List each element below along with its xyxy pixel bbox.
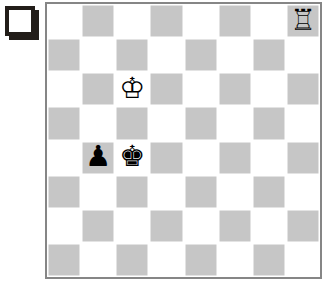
- square-b7[interactable]: [81, 38, 115, 72]
- square-h1[interactable]: [286, 243, 320, 277]
- square-c3[interactable]: [115, 175, 149, 209]
- square-h7[interactable]: [286, 38, 320, 72]
- square-f3[interactable]: [218, 175, 252, 209]
- square-b8[interactable]: [81, 4, 115, 38]
- square-c8[interactable]: [115, 4, 149, 38]
- white-king-c6: ♔: [119, 74, 145, 103]
- square-a6[interactable]: [47, 72, 81, 106]
- square-d8[interactable]: [149, 4, 183, 38]
- square-c1[interactable]: [115, 243, 149, 277]
- square-g8[interactable]: [252, 4, 286, 38]
- square-f5[interactable]: [218, 106, 252, 140]
- square-h6[interactable]: [286, 72, 320, 106]
- square-b4[interactable]: ♟: [81, 141, 115, 175]
- square-b1[interactable]: [81, 243, 115, 277]
- square-a3[interactable]: [47, 175, 81, 209]
- square-f2[interactable]: [218, 209, 252, 243]
- square-b5[interactable]: [81, 106, 115, 140]
- square-a4[interactable]: [47, 141, 81, 175]
- square-g1[interactable]: [252, 243, 286, 277]
- square-c6[interactable]: ♔: [115, 72, 149, 106]
- square-e6[interactable]: [184, 72, 218, 106]
- square-h4[interactable]: [286, 141, 320, 175]
- square-e8[interactable]: [184, 4, 218, 38]
- square-b2[interactable]: [81, 209, 115, 243]
- square-f7[interactable]: [218, 38, 252, 72]
- square-g5[interactable]: [252, 106, 286, 140]
- square-d5[interactable]: [149, 106, 183, 140]
- square-c4[interactable]: ♚: [115, 141, 149, 175]
- square-e2[interactable]: [184, 209, 218, 243]
- black-king-c4: ♚: [119, 142, 145, 171]
- square-a8[interactable]: [47, 4, 81, 38]
- square-e4[interactable]: [184, 141, 218, 175]
- square-g2[interactable]: [252, 209, 286, 243]
- square-d1[interactable]: [149, 243, 183, 277]
- square-e5[interactable]: [184, 106, 218, 140]
- square-f4[interactable]: [218, 141, 252, 175]
- white-rook-h8: ♖: [290, 6, 316, 35]
- chess-board: ♖♔♟♚: [45, 2, 322, 279]
- square-g3[interactable]: [252, 175, 286, 209]
- square-c2[interactable]: [115, 209, 149, 243]
- square-h3[interactable]: [286, 175, 320, 209]
- square-c7[interactable]: [115, 38, 149, 72]
- square-g6[interactable]: [252, 72, 286, 106]
- square-c5[interactable]: [115, 106, 149, 140]
- square-d6[interactable]: [149, 72, 183, 106]
- chess-diagram: ♖♔♟♚: [0, 0, 328, 285]
- square-b3[interactable]: [81, 175, 115, 209]
- square-f8[interactable]: [218, 4, 252, 38]
- square-h2[interactable]: [286, 209, 320, 243]
- square-f1[interactable]: [218, 243, 252, 277]
- square-d4[interactable]: [149, 141, 183, 175]
- square-e3[interactable]: [184, 175, 218, 209]
- square-d7[interactable]: [149, 38, 183, 72]
- square-b6[interactable]: [81, 72, 115, 106]
- square-a2[interactable]: [47, 209, 81, 243]
- square-d3[interactable]: [149, 175, 183, 209]
- square-a5[interactable]: [47, 106, 81, 140]
- white-to-move-indicator: [5, 6, 40, 41]
- white-square-icon: [5, 6, 35, 36]
- square-e1[interactable]: [184, 243, 218, 277]
- square-a1[interactable]: [47, 243, 81, 277]
- square-g4[interactable]: [252, 141, 286, 175]
- square-g7[interactable]: [252, 38, 286, 72]
- square-f6[interactable]: [218, 72, 252, 106]
- square-e7[interactable]: [184, 38, 218, 72]
- square-h8[interactable]: ♖: [286, 4, 320, 38]
- square-d2[interactable]: [149, 209, 183, 243]
- black-pawn-b4: ♟: [85, 142, 111, 171]
- square-a7[interactable]: [47, 38, 81, 72]
- square-h5[interactable]: [286, 106, 320, 140]
